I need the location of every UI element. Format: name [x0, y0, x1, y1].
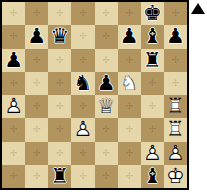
square-f4[interactable]: ✢: [118, 95, 141, 118]
square-f5[interactable]: ✢♞♘: [118, 72, 141, 95]
square-texture-ornament: ✢: [2, 142, 25, 165]
square-texture-ornament: ✢: [118, 49, 141, 72]
square-e5[interactable]: ✢♟: [95, 72, 118, 95]
square-a3[interactable]: ✢: [2, 118, 25, 141]
white-piece-outline-glyph: ♔: [164, 165, 187, 188]
square-g8[interactable]: ✢♚: [141, 2, 164, 25]
square-d8[interactable]: ✢: [71, 2, 94, 25]
piece-bP-f7[interactable]: ♟: [118, 25, 141, 48]
white-piece-outline-glyph: ♘: [118, 72, 141, 95]
square-c8[interactable]: ✢: [48, 2, 71, 25]
square-e3[interactable]: ✢: [95, 118, 118, 141]
square-texture-ornament: ✢: [95, 165, 118, 188]
square-f3[interactable]: ✢: [118, 118, 141, 141]
black-piece-glyph: ♜: [48, 165, 71, 188]
square-e6[interactable]: ✢: [95, 49, 118, 72]
black-piece-glyph: ♛: [48, 25, 71, 48]
piece-bR-c1[interactable]: ♜: [48, 165, 71, 188]
square-d3[interactable]: ✢♟♙: [71, 118, 94, 141]
white-piece-outline-glyph: ♙: [2, 95, 25, 118]
piece-wP-h2[interactable]: ♟♙: [164, 142, 187, 165]
square-h3[interactable]: ✢♜♖: [164, 118, 187, 141]
square-h1[interactable]: ✢♚♔: [164, 165, 187, 188]
square-f8[interactable]: ✢: [118, 2, 141, 25]
square-f1[interactable]: ✢: [118, 165, 141, 188]
square-g3[interactable]: ✢: [141, 118, 164, 141]
piece-wR-h3[interactable]: ♜♖: [164, 118, 187, 141]
square-texture-ornament: ✢: [25, 165, 48, 188]
square-texture-ornament: ✢: [48, 72, 71, 95]
chess-board: ✢✢✢✢✢✢✢♚✢✢✢♟✢♛✢✢✢♟✢♝✢♟✢♟✢✢✢✢✢✢♜✢✢✢✢✢♞✢♟✢…: [0, 0, 189, 190]
square-g5[interactable]: ✢: [141, 72, 164, 95]
white-piece-outline-glyph: ♙: [141, 142, 164, 165]
piece-wP-d3[interactable]: ♟♙: [71, 118, 94, 141]
square-texture-ornament: ✢: [71, 25, 94, 48]
piece-bP-h7[interactable]: ♟: [164, 25, 187, 48]
black-piece-glyph: ♜: [141, 49, 164, 72]
square-g1[interactable]: ✢♝: [141, 165, 164, 188]
square-a8[interactable]: ✢: [2, 2, 25, 25]
square-texture-ornament: ✢: [71, 165, 94, 188]
piece-bQ-c7[interactable]: ♛: [48, 25, 71, 48]
black-piece-glyph: ♝: [141, 25, 164, 48]
square-d5[interactable]: ✢♞: [71, 72, 94, 95]
black-piece-glyph: ♟: [2, 49, 25, 72]
piece-bB-g1[interactable]: ♝: [141, 165, 164, 188]
square-c4[interactable]: ✢: [48, 95, 71, 118]
black-triangle-icon: [191, 3, 205, 14]
square-a7[interactable]: ✢: [2, 25, 25, 48]
square-e7[interactable]: ✢: [95, 25, 118, 48]
square-texture-ornament: ✢: [2, 165, 25, 188]
square-a4[interactable]: ✢♟♙: [2, 95, 25, 118]
square-texture-ornament: ✢: [25, 118, 48, 141]
square-texture-ornament: ✢: [95, 2, 118, 25]
square-f7[interactable]: ✢♟: [118, 25, 141, 48]
square-texture-ornament: ✢: [71, 2, 94, 25]
square-texture-ornament: ✢: [164, 2, 187, 25]
square-g6[interactable]: ✢♜: [141, 49, 164, 72]
white-piece-outline-glyph: ♙: [164, 142, 187, 165]
square-texture-ornament: ✢: [2, 72, 25, 95]
black-piece-glyph: ♟: [118, 25, 141, 48]
square-texture-ornament: ✢: [48, 118, 71, 141]
black-piece-glyph: ♚: [141, 2, 164, 25]
square-b1[interactable]: ✢: [25, 165, 48, 188]
chess-diagram-page: ✢✢✢✢✢✢✢♚✢✢✢♟✢♛✢✢✢♟✢♝✢♟✢♟✢✢✢✢✢✢♜✢✢✢✢✢♞✢♟✢…: [0, 0, 207, 192]
piece-bK-g8[interactable]: ♚: [141, 2, 164, 25]
square-texture-ornament: ✢: [48, 2, 71, 25]
square-texture-ornament: ✢: [71, 49, 94, 72]
black-piece-glyph: ♝: [141, 165, 164, 188]
square-c3[interactable]: ✢: [48, 118, 71, 141]
square-texture-ornament: ✢: [2, 118, 25, 141]
square-texture-ornament: ✢: [25, 72, 48, 95]
square-texture-ornament: ✢: [95, 25, 118, 48]
square-texture-ornament: ✢: [118, 95, 141, 118]
square-g2[interactable]: ✢♟♙: [141, 142, 164, 165]
square-b3[interactable]: ✢: [25, 118, 48, 141]
square-texture-ornament: ✢: [95, 118, 118, 141]
white-piece-outline-glyph: ♙: [71, 118, 94, 141]
square-texture-ornament: ✢: [141, 118, 164, 141]
square-texture-ornament: ✢: [71, 142, 94, 165]
square-texture-ornament: ✢: [118, 2, 141, 25]
piece-bP-a6[interactable]: ♟: [2, 49, 25, 72]
square-d1[interactable]: ✢: [71, 165, 94, 188]
piece-wP-g2[interactable]: ♟♙: [141, 142, 164, 165]
piece-wK-h1[interactable]: ♚♔: [164, 165, 187, 188]
square-b4[interactable]: ✢: [25, 95, 48, 118]
piece-bR-g6[interactable]: ♜: [141, 49, 164, 72]
square-d2[interactable]: ✢: [71, 142, 94, 165]
piece-bN-d5[interactable]: ♞: [71, 72, 94, 95]
piece-wR-h4[interactable]: ♜♖: [164, 95, 187, 118]
square-b2[interactable]: ✢: [25, 142, 48, 165]
piece-bP-e5[interactable]: ♟: [95, 72, 118, 95]
square-g7[interactable]: ✢♝: [141, 25, 164, 48]
square-texture-ornament: ✢: [118, 142, 141, 165]
square-h2[interactable]: ✢♟♙: [164, 142, 187, 165]
piece-bB-g7[interactable]: ♝: [141, 25, 164, 48]
square-d4[interactable]: ✢: [71, 95, 94, 118]
black-piece-glyph: ♟: [95, 72, 118, 95]
side-to-move-indicator: [190, 3, 206, 16]
square-texture-ornament: ✢: [141, 72, 164, 95]
white-piece-outline-glyph: ♕: [95, 95, 118, 118]
white-piece-outline-glyph: ♖: [164, 118, 187, 141]
square-e2[interactable]: ✢: [95, 142, 118, 165]
square-c1[interactable]: ✢♜: [48, 165, 71, 188]
piece-wP-a4[interactable]: ♟♙: [2, 95, 25, 118]
square-texture-ornament: ✢: [95, 49, 118, 72]
square-c2[interactable]: ✢: [48, 142, 71, 165]
square-texture-ornament: ✢: [48, 95, 71, 118]
square-b5[interactable]: ✢: [25, 72, 48, 95]
square-texture-ornament: ✢: [118, 118, 141, 141]
square-h6[interactable]: ✢: [164, 49, 187, 72]
black-piece-glyph: ♞: [71, 72, 94, 95]
square-d6[interactable]: ✢: [71, 49, 94, 72]
square-texture-ornament: ✢: [141, 95, 164, 118]
white-piece-outline-glyph: ♖: [164, 95, 187, 118]
square-b6[interactable]: ✢: [25, 49, 48, 72]
square-texture-ornament: ✢: [25, 142, 48, 165]
square-f2[interactable]: ✢: [118, 142, 141, 165]
square-d7[interactable]: ✢: [71, 25, 94, 48]
black-piece-glyph: ♟: [164, 25, 187, 48]
square-a5[interactable]: ✢: [2, 72, 25, 95]
square-texture-ornament: ✢: [118, 165, 141, 188]
square-texture-ornament: ✢: [95, 142, 118, 165]
square-texture-ornament: ✢: [71, 95, 94, 118]
square-texture-ornament: ✢: [25, 49, 48, 72]
piece-bP-b7[interactable]: ♟: [25, 25, 48, 48]
square-h7[interactable]: ✢♟: [164, 25, 187, 48]
square-g4[interactable]: ✢: [141, 95, 164, 118]
square-texture-ornament: ✢: [48, 49, 71, 72]
square-e8[interactable]: ✢: [95, 2, 118, 25]
square-texture-ornament: ✢: [25, 2, 48, 25]
square-a1[interactable]: ✢: [2, 165, 25, 188]
square-texture-ornament: ✢: [164, 49, 187, 72]
square-texture-ornament: ✢: [48, 142, 71, 165]
square-c6[interactable]: ✢: [48, 49, 71, 72]
square-a2[interactable]: ✢: [2, 142, 25, 165]
square-f6[interactable]: ✢: [118, 49, 141, 72]
square-texture-ornament: ✢: [2, 25, 25, 48]
black-piece-glyph: ♟: [25, 25, 48, 48]
square-b8[interactable]: ✢: [25, 2, 48, 25]
square-texture-ornament: ✢: [2, 2, 25, 25]
square-a6[interactable]: ✢♟: [2, 49, 25, 72]
square-c5[interactable]: ✢: [48, 72, 71, 95]
piece-wQ-e4[interactable]: ♛♕: [95, 95, 118, 118]
square-b7[interactable]: ✢♟: [25, 25, 48, 48]
piece-wN-f5[interactable]: ♞♘: [118, 72, 141, 95]
square-texture-ornament: ✢: [25, 95, 48, 118]
square-h8[interactable]: ✢: [164, 2, 187, 25]
square-h4[interactable]: ✢♜♖: [164, 95, 187, 118]
square-c7[interactable]: ✢♛: [48, 25, 71, 48]
square-texture-ornament: ✢: [164, 72, 187, 95]
square-h5[interactable]: ✢: [164, 72, 187, 95]
square-e4[interactable]: ✢♛♕: [95, 95, 118, 118]
square-e1[interactable]: ✢: [95, 165, 118, 188]
